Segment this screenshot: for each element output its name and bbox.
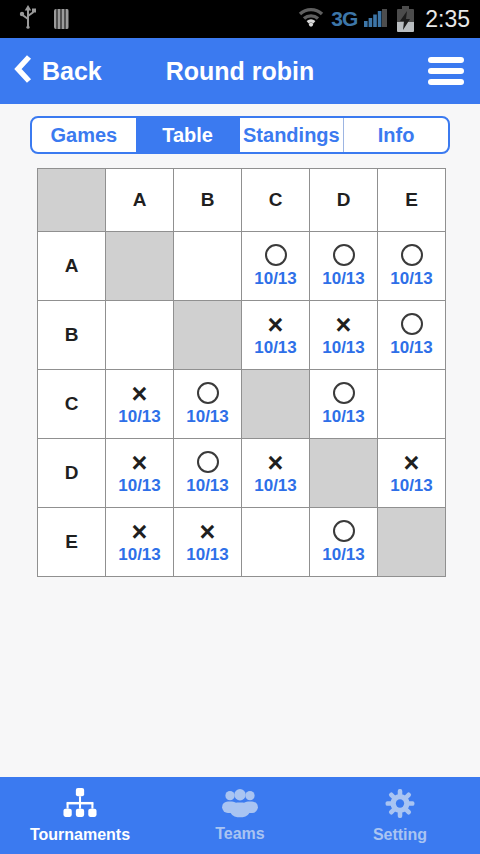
clock-time: 2:35 [425,6,470,33]
back-button[interactable]: Back [14,54,102,88]
match-cell-B-A[interactable] [106,301,173,369]
diagonal-cell-C [242,370,309,438]
match-score: 10/13 [186,545,229,565]
match-cell-C-E[interactable] [378,370,445,438]
match-cell-B-D[interactable]: ×10/13 [310,301,377,369]
diagonal-cell-E [378,508,445,576]
win-circle-icon [401,244,423,266]
wifi-icon [298,7,324,31]
tab-bar: GamesTableStandingsInfo [30,116,450,154]
match-cell-E-B[interactable]: ×10/13 [174,508,241,576]
match-cell-C-D[interactable]: 10/13 [310,370,377,438]
match-cell-D-C[interactable]: ×10/13 [242,439,309,507]
match-score: 10/13 [186,407,229,427]
match-cell-A-B[interactable] [174,232,241,300]
column-header-B: B [174,169,241,231]
row-header-E: E [38,508,105,576]
match-score: 10/13 [322,407,365,427]
match-score: 10/13 [254,476,297,496]
tab-games[interactable]: Games [32,118,136,152]
match-score: 10/13 [322,545,365,565]
tab-standings[interactable]: Standings [240,118,344,152]
diagonal-cell-B [174,301,241,369]
win-circle-icon [197,451,219,473]
row-header-A: A [38,232,105,300]
status-bar: 3G 2:35 [0,0,480,38]
match-score: 10/13 [390,476,433,496]
app-screen: 3G 2:35 [0,0,480,854]
match-score: 10/13 [254,269,297,289]
loss-x-icon: × [200,520,216,544]
match-cell-B-E[interactable]: 10/13 [378,301,445,369]
row-header-C: C [38,370,105,438]
loss-x-icon: × [132,520,148,544]
nav-label: Setting [373,826,427,844]
win-circle-icon [401,313,423,335]
win-circle-icon [333,520,355,542]
match-cell-A-E[interactable]: 10/13 [378,232,445,300]
storage-icon [54,9,69,29]
win-circle-icon [333,244,355,266]
back-label: Back [42,57,102,86]
row-header-D: D [38,439,105,507]
usb-icon [18,4,38,34]
row-header-B: B [38,301,105,369]
match-score: 10/13 [186,476,229,496]
signal-bars-icon [364,8,388,31]
loss-x-icon: × [268,313,284,337]
match-score: 10/13 [322,269,365,289]
diagonal-cell-D [310,439,377,507]
nav-item-teams[interactable]: Teams [160,788,320,843]
win-circle-icon [197,382,219,404]
column-header-C: C [242,169,309,231]
match-score: 10/13 [390,269,433,289]
round-robin-grid: ABCDEA10/1310/1310/13B×10/13×10/1310/13C… [37,168,446,577]
match-score: 10/13 [254,338,297,358]
nav-label: Tournaments [30,826,130,844]
loss-x-icon: × [132,382,148,406]
match-cell-E-D[interactable]: 10/13 [310,508,377,576]
win-circle-icon [333,382,355,404]
battery-charging-icon [397,6,414,32]
tab-table[interactable]: Table [136,118,240,152]
match-score: 10/13 [118,407,161,427]
loss-x-icon: × [132,451,148,475]
match-cell-D-E[interactable]: ×10/13 [378,439,445,507]
match-cell-D-A[interactable]: ×10/13 [106,439,173,507]
match-score: 10/13 [118,476,161,496]
match-cell-C-A[interactable]: ×10/13 [106,370,173,438]
match-cell-D-B[interactable]: 10/13 [174,439,241,507]
column-header-E: E [378,169,445,231]
tab-bar-container: GamesTableStandingsInfo [0,104,480,154]
tab-info[interactable]: Info [343,118,448,152]
match-score: 10/13 [118,545,161,565]
hamburger-menu-icon [428,57,464,63]
network-type-label: 3G [331,7,357,31]
app-header: Back Round robin [0,38,480,104]
hamburger-menu-button[interactable] [426,53,466,89]
nav-item-setting[interactable]: Setting [320,788,480,844]
match-cell-E-C[interactable] [242,508,309,576]
settings-gear-icon [384,788,416,823]
bottom-nav: Tournaments Teams [0,777,480,854]
column-header-A: A [106,169,173,231]
loss-x-icon: × [268,451,284,475]
round-robin-table-container: ABCDEA10/1310/1310/13B×10/13×10/1310/13C… [37,168,480,577]
match-cell-C-B[interactable]: 10/13 [174,370,241,438]
match-score: 10/13 [390,338,433,358]
match-cell-E-A[interactable]: ×10/13 [106,508,173,576]
back-chevron-icon [14,54,32,88]
tournaments-bracket-icon [61,788,99,823]
nav-item-tournaments[interactable]: Tournaments [0,788,160,844]
match-cell-A-C[interactable]: 10/13 [242,232,309,300]
teams-group-icon [220,788,260,822]
column-header-D: D [310,169,377,231]
match-score: 10/13 [322,338,365,358]
match-cell-B-C[interactable]: ×10/13 [242,301,309,369]
loss-x-icon: × [404,451,420,475]
corner-cell [38,169,105,231]
win-circle-icon [265,244,287,266]
nav-label: Teams [215,825,265,843]
loss-x-icon: × [336,313,352,337]
match-cell-A-D[interactable]: 10/13 [310,232,377,300]
diagonal-cell-A [106,232,173,300]
